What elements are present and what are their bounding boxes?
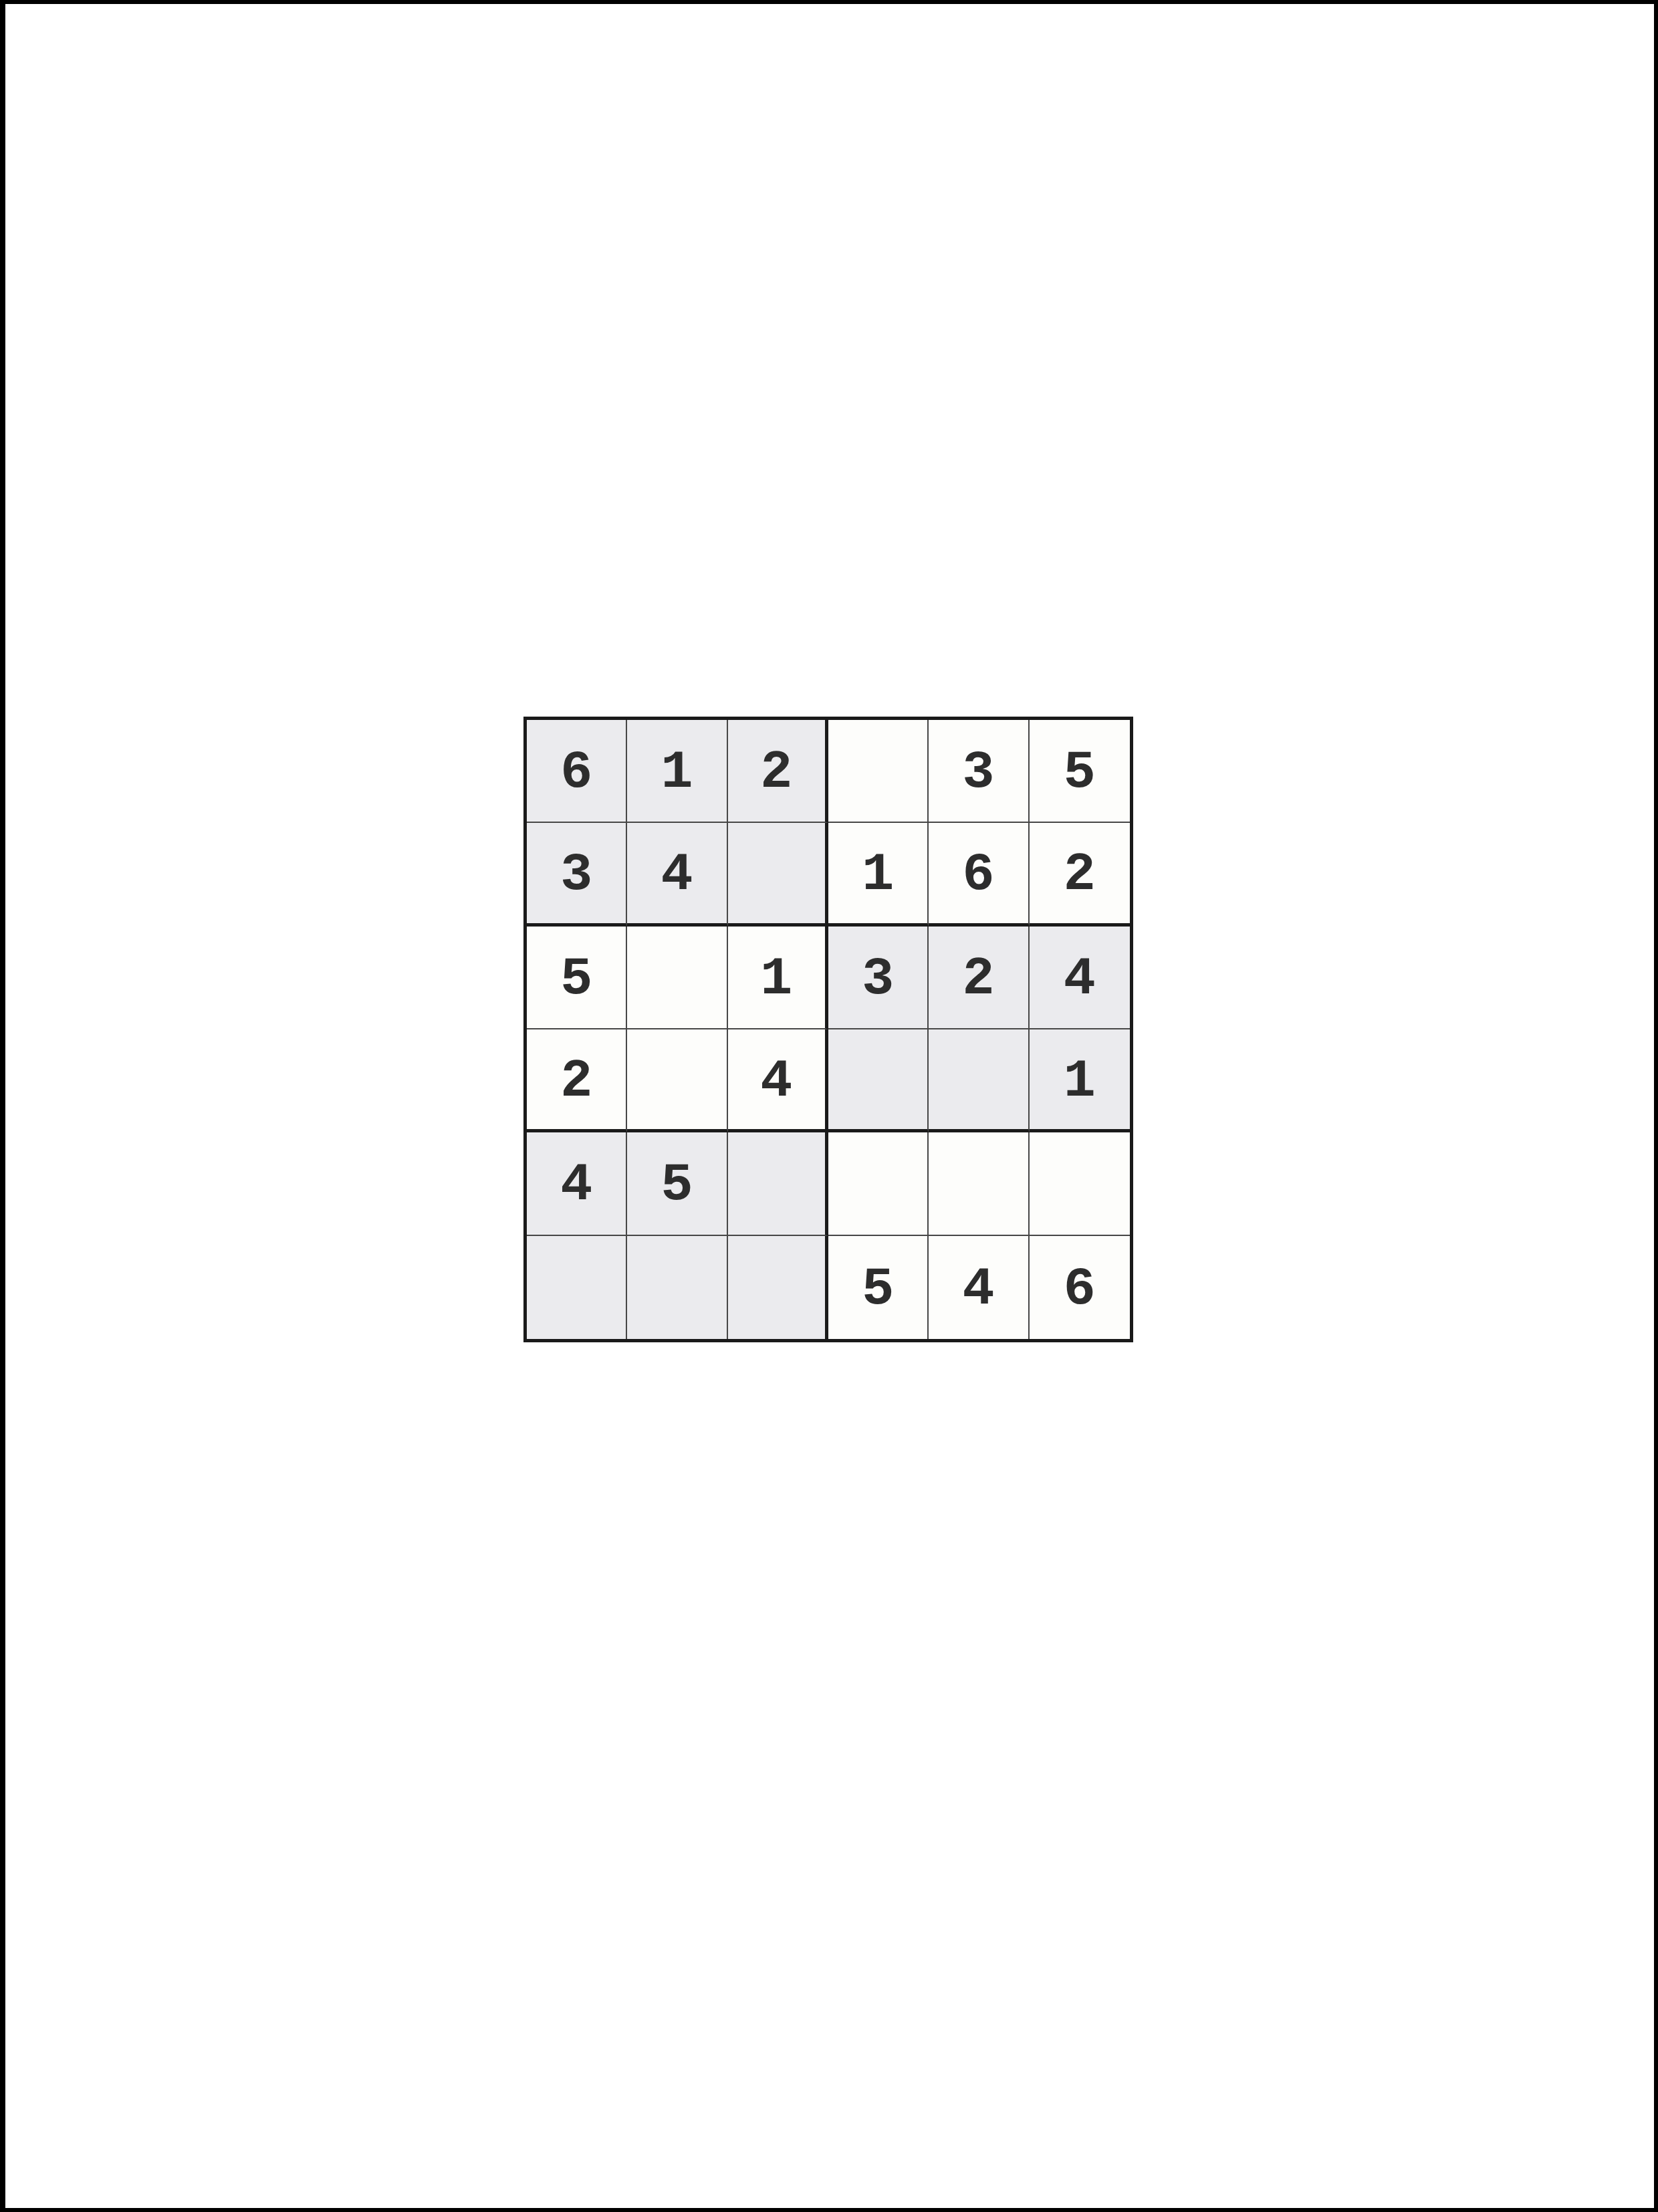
- given-digit: 1: [760, 953, 792, 1006]
- cell-r3c4: 3: [828, 927, 929, 1029]
- cell-r6c4: 5: [828, 1236, 929, 1339]
- given-digit: 1: [1064, 1055, 1096, 1108]
- cell-r6c6: 6: [1030, 1236, 1130, 1339]
- cell-r3c3: 1: [728, 927, 828, 1029]
- given-digit: 6: [560, 746, 592, 800]
- cell-r2c1: 3: [527, 823, 627, 926]
- given-digit: 4: [962, 1263, 994, 1316]
- cell-r5c1: 4: [527, 1132, 627, 1235]
- given-digit: 1: [862, 848, 894, 902]
- cell-r2c3[interactable]: [728, 823, 828, 926]
- given-digit: 4: [560, 1158, 592, 1212]
- cell-r1c5: 3: [929, 720, 1029, 823]
- cell-r4c1: 2: [527, 1029, 627, 1132]
- cell-r6c3[interactable]: [728, 1236, 828, 1339]
- given-digit: 1: [661, 746, 693, 800]
- given-digit: 4: [1064, 953, 1096, 1006]
- cell-r5c6[interactable]: [1030, 1132, 1130, 1235]
- cell-r2c4: 1: [828, 823, 929, 926]
- given-digit: 4: [661, 848, 693, 902]
- cell-r4c3: 4: [728, 1029, 828, 1132]
- cell-r1c6: 5: [1030, 720, 1130, 823]
- given-digit: 4: [760, 1055, 792, 1108]
- given-digit: 6: [1064, 1263, 1096, 1316]
- cell-r2c2: 4: [627, 823, 727, 926]
- given-digit: 5: [1064, 746, 1096, 800]
- given-digit: 5: [862, 1263, 894, 1316]
- given-digit: 3: [962, 746, 994, 800]
- cell-r3c1: 5: [527, 927, 627, 1029]
- cell-r3c2[interactable]: [627, 927, 727, 1029]
- cell-r4c6: 1: [1030, 1029, 1130, 1132]
- cell-r5c3[interactable]: [728, 1132, 828, 1235]
- given-digit: 3: [560, 848, 592, 902]
- cell-r6c5: 4: [929, 1236, 1029, 1339]
- cell-r5c4[interactable]: [828, 1132, 929, 1235]
- given-digit: 5: [661, 1158, 693, 1212]
- given-digit: 2: [962, 953, 994, 1006]
- cell-r3c6: 4: [1030, 927, 1130, 1029]
- given-digit: 2: [1064, 848, 1096, 902]
- given-digit: 3: [862, 953, 894, 1006]
- given-digit: 5: [560, 953, 592, 1006]
- cell-r6c1[interactable]: [527, 1236, 627, 1339]
- cell-r4c2[interactable]: [627, 1029, 727, 1132]
- cell-r2c5: 6: [929, 823, 1029, 926]
- given-digit: 2: [760, 746, 792, 800]
- cell-r6c2[interactable]: [627, 1236, 727, 1339]
- given-digit: 2: [560, 1055, 592, 1108]
- cell-r1c2: 1: [627, 720, 727, 823]
- sudoku-board: 61235341625132424145546: [523, 717, 1133, 1342]
- cell-r1c1: 6: [527, 720, 627, 823]
- cell-r5c5[interactable]: [929, 1132, 1029, 1235]
- cell-r1c3: 2: [728, 720, 828, 823]
- cell-r2c6: 2: [1030, 823, 1130, 926]
- cell-r1c4[interactable]: [828, 720, 929, 823]
- cell-r3c5: 2: [929, 927, 1029, 1029]
- cell-r4c5[interactable]: [929, 1029, 1029, 1132]
- cell-r4c4[interactable]: [828, 1029, 929, 1132]
- cell-r5c2: 5: [627, 1132, 727, 1235]
- given-digit: 6: [962, 848, 994, 902]
